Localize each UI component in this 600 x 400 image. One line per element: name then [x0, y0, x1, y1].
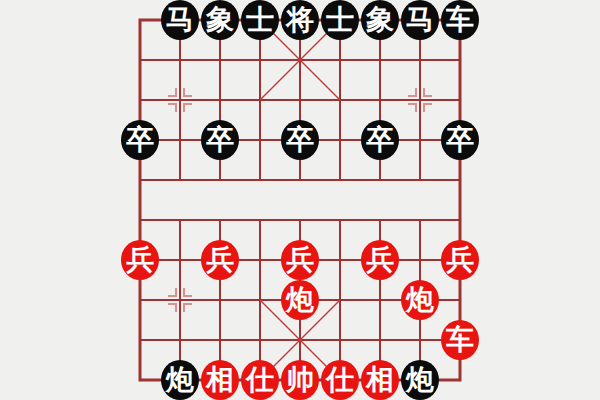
piece-red-soldier[interactable]: 兵	[201, 240, 239, 280]
piece-red-advisor[interactable]: 仕	[241, 360, 279, 400]
piece-red-elephant[interactable]: 相	[201, 360, 239, 400]
piece-black-soldier[interactable]: 卒	[281, 120, 319, 160]
piece-red-general[interactable]: 帅	[281, 360, 319, 400]
piece-red-cannon[interactable]: 炮	[281, 280, 319, 320]
piece-black-cannon[interactable]: 炮	[161, 360, 199, 400]
piece-red-soldier[interactable]: 兵	[441, 240, 479, 280]
piece-red-soldier[interactable]: 兵	[281, 240, 319, 280]
xiangqi-app: 马象士将士象马车卒卒卒卒卒兵兵兵兵兵炮炮车炮相仕帅仕相炮	[0, 0, 600, 400]
pieces-layer: 马象士将士象马车卒卒卒卒卒兵兵兵兵兵炮炮车炮相仕帅仕相炮	[120, 0, 480, 400]
piece-red-chariot[interactable]: 车	[441, 320, 479, 360]
piece-black-soldier[interactable]: 卒	[441, 120, 479, 160]
piece-black-elephant[interactable]: 象	[361, 0, 399, 40]
piece-red-soldier[interactable]: 兵	[121, 240, 159, 280]
piece-black-soldier[interactable]: 卒	[121, 120, 159, 160]
piece-black-soldier[interactable]: 卒	[361, 120, 399, 160]
piece-black-general[interactable]: 将	[281, 0, 319, 40]
piece-red-cannon[interactable]: 炮	[401, 280, 439, 320]
piece-red-advisor[interactable]: 仕	[321, 360, 359, 400]
piece-black-cannon[interactable]: 炮	[401, 360, 439, 400]
piece-black-elephant[interactable]: 象	[201, 0, 239, 40]
piece-black-advisor[interactable]: 士	[241, 0, 279, 40]
piece-black-soldier[interactable]: 卒	[201, 120, 239, 160]
piece-red-soldier[interactable]: 兵	[361, 240, 399, 280]
piece-black-advisor[interactable]: 士	[321, 0, 359, 40]
piece-black-horse[interactable]: 马	[161, 0, 199, 40]
piece-red-elephant[interactable]: 相	[361, 360, 399, 400]
piece-black-horse[interactable]: 马	[401, 0, 439, 40]
piece-black-chariot[interactable]: 车	[441, 0, 479, 40]
